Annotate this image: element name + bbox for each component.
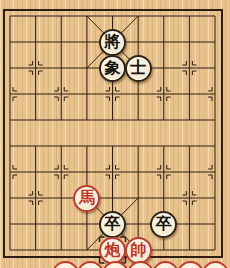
xiangqi-board[interactable]: 將象士馬卒卒炮帥 (0, 3, 228, 263)
piece-red-cannon[interactable]: 炮 (99, 237, 126, 264)
piece-black-advisor[interactable]: 士 (125, 55, 152, 82)
piece-red-general[interactable]: 帥 (125, 237, 152, 264)
xiangqi-app: 將象士馬卒卒炮帥 (0, 0, 230, 268)
piece-red-horse[interactable]: 馬 (73, 185, 100, 212)
piece-black-elephant[interactable]: 象 (99, 55, 126, 82)
piece-black-general[interactable]: 將 (99, 29, 126, 56)
piece-black-soldier[interactable]: 卒 (99, 211, 126, 238)
piece-black-soldier[interactable]: 卒 (150, 211, 177, 238)
